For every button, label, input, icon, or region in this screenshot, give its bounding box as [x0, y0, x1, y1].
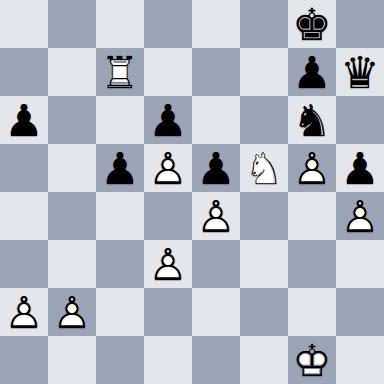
square-d1[interactable]	[144, 336, 192, 384]
square-g2[interactable]	[288, 288, 336, 336]
chess-board: ♚♜♖♟♛♟♟♞♟♟♙♟♞♘♟♙♟♟♙♟♙♟♙♟♙♟♙♚♔	[0, 0, 384, 384]
square-a3[interactable]	[0, 240, 48, 288]
square-a5[interactable]	[0, 144, 48, 192]
piece-black-pawn[interactable]: ♟	[0, 96, 48, 144]
square-h4[interactable]: ♟♙	[336, 192, 384, 240]
square-e8[interactable]	[192, 0, 240, 48]
square-a4[interactable]	[0, 192, 48, 240]
square-g7[interactable]: ♟	[288, 48, 336, 96]
black-pawn-icon: ♟	[192, 144, 240, 192]
black-pawn-icon: ♟	[144, 96, 192, 144]
square-a1[interactable]	[0, 336, 48, 384]
square-c5[interactable]: ♟	[96, 144, 144, 192]
white-rook-outline-icon: ♖	[96, 48, 144, 96]
square-g6[interactable]: ♞	[288, 96, 336, 144]
square-e3[interactable]	[192, 240, 240, 288]
square-g8[interactable]: ♚	[288, 0, 336, 48]
square-c6[interactable]	[96, 96, 144, 144]
piece-black-pawn[interactable]: ♟	[96, 144, 144, 192]
square-h6[interactable]	[336, 96, 384, 144]
square-b2[interactable]: ♟♙	[48, 288, 96, 336]
square-f5[interactable]: ♞♘	[240, 144, 288, 192]
white-pawn-outline-icon: ♙	[288, 144, 336, 192]
white-pawn-outline-icon: ♙	[336, 192, 384, 240]
square-h3[interactable]	[336, 240, 384, 288]
square-a8[interactable]	[0, 0, 48, 48]
square-b5[interactable]	[48, 144, 96, 192]
square-d2[interactable]	[144, 288, 192, 336]
piece-black-king[interactable]: ♚	[288, 0, 336, 48]
square-a2[interactable]: ♟♙	[0, 288, 48, 336]
square-b3[interactable]	[48, 240, 96, 288]
piece-white-king[interactable]: ♚♔	[288, 336, 336, 384]
square-c8[interactable]	[96, 0, 144, 48]
square-f2[interactable]	[240, 288, 288, 336]
square-b7[interactable]	[48, 48, 96, 96]
black-pawn-icon: ♟	[288, 48, 336, 96]
piece-black-queen[interactable]: ♛	[336, 48, 384, 96]
piece-white-pawn[interactable]: ♟♙	[0, 288, 48, 336]
white-king-outline-icon: ♔	[288, 336, 336, 384]
white-pawn-outline-icon: ♙	[144, 240, 192, 288]
piece-black-knight[interactable]: ♞	[288, 96, 336, 144]
square-g5[interactable]: ♟♙	[288, 144, 336, 192]
black-pawn-icon: ♟	[336, 144, 384, 192]
piece-white-knight[interactable]: ♞♘	[240, 144, 288, 192]
square-c1[interactable]	[96, 336, 144, 384]
piece-black-pawn[interactable]: ♟	[288, 48, 336, 96]
black-pawn-icon: ♟	[0, 96, 48, 144]
square-e1[interactable]	[192, 336, 240, 384]
square-b4[interactable]	[48, 192, 96, 240]
black-queen-icon: ♛	[336, 48, 384, 96]
piece-black-pawn[interactable]: ♟	[336, 144, 384, 192]
square-e7[interactable]	[192, 48, 240, 96]
square-d5[interactable]: ♟♙	[144, 144, 192, 192]
piece-white-pawn[interactable]: ♟♙	[192, 192, 240, 240]
square-g3[interactable]	[288, 240, 336, 288]
square-e2[interactable]	[192, 288, 240, 336]
square-c7[interactable]: ♜♖	[96, 48, 144, 96]
square-f4[interactable]	[240, 192, 288, 240]
square-f7[interactable]	[240, 48, 288, 96]
square-h8[interactable]	[336, 0, 384, 48]
square-d8[interactable]	[144, 0, 192, 48]
square-a7[interactable]	[0, 48, 48, 96]
black-pawn-icon: ♟	[96, 144, 144, 192]
piece-white-pawn[interactable]: ♟♙	[288, 144, 336, 192]
white-pawn-outline-icon: ♙	[48, 288, 96, 336]
square-b6[interactable]	[48, 96, 96, 144]
square-b8[interactable]	[48, 0, 96, 48]
square-f3[interactable]	[240, 240, 288, 288]
piece-white-pawn[interactable]: ♟♙	[144, 144, 192, 192]
black-king-icon: ♚	[288, 0, 336, 48]
square-e6[interactable]	[192, 96, 240, 144]
square-c3[interactable]	[96, 240, 144, 288]
square-e4[interactable]: ♟♙	[192, 192, 240, 240]
square-h2[interactable]	[336, 288, 384, 336]
square-g4[interactable]	[288, 192, 336, 240]
square-d3[interactable]: ♟♙	[144, 240, 192, 288]
black-knight-icon: ♞	[288, 96, 336, 144]
piece-white-pawn[interactable]: ♟♙	[144, 240, 192, 288]
piece-black-pawn[interactable]: ♟	[192, 144, 240, 192]
square-f8[interactable]	[240, 0, 288, 48]
square-f6[interactable]	[240, 96, 288, 144]
square-h1[interactable]	[336, 336, 384, 384]
piece-white-pawn[interactable]: ♟♙	[336, 192, 384, 240]
white-pawn-outline-icon: ♙	[0, 288, 48, 336]
square-g1[interactable]: ♚♔	[288, 336, 336, 384]
piece-black-pawn[interactable]: ♟	[144, 96, 192, 144]
square-h5[interactable]: ♟	[336, 144, 384, 192]
white-pawn-outline-icon: ♙	[192, 192, 240, 240]
square-a6[interactable]: ♟	[0, 96, 48, 144]
white-pawn-outline-icon: ♙	[144, 144, 192, 192]
square-c4[interactable]	[96, 192, 144, 240]
white-knight-outline-icon: ♘	[240, 144, 288, 192]
square-d4[interactable]	[144, 192, 192, 240]
square-d6[interactable]: ♟	[144, 96, 192, 144]
piece-white-rook[interactable]: ♜♖	[96, 48, 144, 96]
square-d7[interactable]	[144, 48, 192, 96]
square-f1[interactable]	[240, 336, 288, 384]
square-h7[interactable]: ♛	[336, 48, 384, 96]
piece-white-pawn[interactable]: ♟♙	[48, 288, 96, 336]
square-b1[interactable]	[48, 336, 96, 384]
square-c2[interactable]	[96, 288, 144, 336]
square-e5[interactable]: ♟	[192, 144, 240, 192]
